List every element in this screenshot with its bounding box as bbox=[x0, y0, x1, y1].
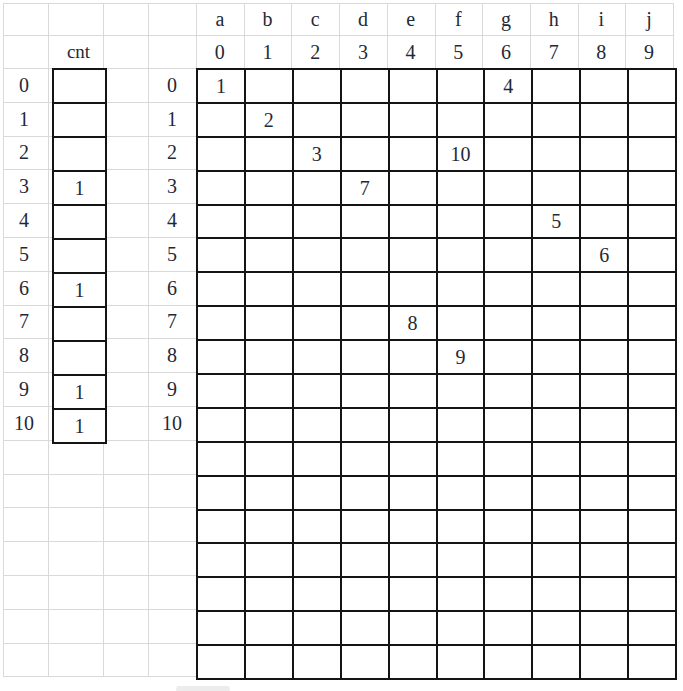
cell-i5[interactable]: 6 bbox=[581, 239, 629, 273]
cell-g-extra3[interactable] bbox=[485, 511, 533, 545]
cell-e-extra3[interactable] bbox=[390, 511, 438, 545]
cell-f6[interactable] bbox=[438, 273, 486, 307]
cell-c9[interactable] bbox=[294, 375, 342, 409]
spreadsheet-canvas: abcdefghij 0123456789 cnt 012345678910 0… bbox=[0, 0, 683, 691]
cell-d-extra3[interactable] bbox=[342, 511, 390, 545]
cell-j-extra3[interactable] bbox=[629, 511, 677, 545]
cell-a3[interactable] bbox=[198, 172, 246, 206]
cell-j9[interactable] bbox=[629, 375, 677, 409]
cell-c1[interactable] bbox=[294, 104, 342, 138]
cell-g-extra5[interactable] bbox=[485, 578, 533, 612]
col-letter-g: g bbox=[482, 2, 530, 35]
cell-e7[interactable]: 8 bbox=[390, 307, 438, 341]
cell-c5[interactable] bbox=[294, 239, 342, 273]
cell-a6[interactable] bbox=[198, 273, 246, 307]
cnt-header-label: cnt bbox=[67, 41, 90, 63]
cell-a-extra5[interactable] bbox=[198, 578, 246, 612]
cell-d-extra6[interactable] bbox=[342, 612, 390, 646]
cell-f8[interactable]: 9 bbox=[438, 341, 486, 375]
cell-e-extra6[interactable] bbox=[390, 612, 438, 646]
cell-b7[interactable] bbox=[246, 307, 294, 341]
cell-j1[interactable] bbox=[629, 104, 677, 138]
col-letter-d: d bbox=[339, 2, 387, 35]
row-label-right-5: 5 bbox=[148, 237, 196, 271]
cell-d2[interactable] bbox=[342, 138, 390, 172]
col-letter-e: e bbox=[387, 2, 435, 35]
row-label-right-6: 6 bbox=[148, 271, 196, 305]
cell-h7[interactable] bbox=[533, 307, 581, 341]
cell-i-extra7[interactable] bbox=[581, 646, 629, 680]
cell-e9[interactable] bbox=[390, 375, 438, 409]
cell-i-extra1[interactable] bbox=[581, 443, 629, 477]
cell-e8[interactable] bbox=[390, 341, 438, 375]
cell-j5[interactable] bbox=[629, 239, 677, 273]
cell-e10[interactable] bbox=[390, 409, 438, 443]
cnt-cell-0[interactable] bbox=[54, 70, 107, 104]
cnt-cell-1[interactable] bbox=[54, 104, 107, 138]
cell-g9[interactable] bbox=[485, 375, 533, 409]
col-letter-j: j bbox=[625, 2, 673, 35]
cell-h8[interactable] bbox=[533, 341, 581, 375]
cell-d-extra1[interactable] bbox=[342, 443, 390, 477]
cell-j4[interactable] bbox=[629, 206, 677, 240]
cell-h-extra2[interactable] bbox=[533, 477, 581, 511]
col-number-7: 7 bbox=[530, 35, 578, 68]
cell-i-extra6[interactable] bbox=[581, 612, 629, 646]
row-label-right-10: 10 bbox=[148, 406, 196, 440]
cell-g0[interactable]: 4 bbox=[485, 70, 533, 104]
cell-h-extra1[interactable] bbox=[533, 443, 581, 477]
cell-c-extra3[interactable] bbox=[294, 511, 342, 545]
cell-h6[interactable] bbox=[533, 273, 581, 307]
cell-e3[interactable] bbox=[390, 172, 438, 206]
cell-c-extra4[interactable] bbox=[294, 544, 342, 578]
cell-c-extra2[interactable] bbox=[294, 477, 342, 511]
cell-h5[interactable] bbox=[533, 239, 581, 273]
cell-j-extra7[interactable] bbox=[629, 646, 677, 680]
cell-f3[interactable] bbox=[438, 172, 486, 206]
cell-j-extra5[interactable] bbox=[629, 578, 677, 612]
row-label-left-4: 4 bbox=[0, 203, 48, 237]
cell-f7[interactable] bbox=[438, 307, 486, 341]
cell-d-extra5[interactable] bbox=[342, 578, 390, 612]
cell-g-extra2[interactable] bbox=[485, 477, 533, 511]
col-letter-b: b bbox=[244, 2, 292, 35]
cell-e6[interactable] bbox=[390, 273, 438, 307]
cell-d6[interactable] bbox=[342, 273, 390, 307]
cell-f2[interactable]: 10 bbox=[438, 138, 486, 172]
cell-c4[interactable] bbox=[294, 206, 342, 240]
cell-a2[interactable] bbox=[198, 138, 246, 172]
cell-f-extra5[interactable] bbox=[438, 578, 486, 612]
cell-c-extra6[interactable] bbox=[294, 612, 342, 646]
cell-f1[interactable] bbox=[438, 104, 486, 138]
col-number-5: 5 bbox=[434, 35, 482, 68]
cell-e1[interactable] bbox=[390, 104, 438, 138]
cell-d-extra4[interactable] bbox=[342, 544, 390, 578]
cell-j-extra1[interactable] bbox=[629, 443, 677, 477]
cell-e-extra7[interactable] bbox=[390, 646, 438, 680]
cnt-cell-5[interactable] bbox=[54, 240, 107, 274]
row-label-right-7: 7 bbox=[148, 305, 196, 339]
cell-i4[interactable] bbox=[581, 206, 629, 240]
cell-a-extra7[interactable] bbox=[198, 646, 246, 680]
cell-a-extra1[interactable] bbox=[198, 443, 246, 477]
cell-f-extra3[interactable] bbox=[438, 511, 486, 545]
cell-g5[interactable] bbox=[485, 239, 533, 273]
col-number-9: 9 bbox=[625, 35, 673, 68]
cell-c8[interactable] bbox=[294, 341, 342, 375]
col-letter-f: f bbox=[434, 2, 482, 35]
row-label-left-10: 10 bbox=[0, 406, 48, 440]
cell-e-extra1[interactable] bbox=[390, 443, 438, 477]
cell-g2[interactable] bbox=[485, 138, 533, 172]
cell-c3[interactable] bbox=[294, 172, 342, 206]
cell-b9[interactable] bbox=[246, 375, 294, 409]
col-number-1: 1 bbox=[244, 35, 292, 68]
cell-e-extra5[interactable] bbox=[390, 578, 438, 612]
screenshot-artifact bbox=[176, 686, 230, 691]
cell-b-extra7[interactable] bbox=[246, 646, 294, 680]
cell-b-extra5[interactable] bbox=[246, 578, 294, 612]
cell-h9[interactable] bbox=[533, 375, 581, 409]
cell-b5[interactable] bbox=[246, 239, 294, 273]
cnt-cell-4[interactable] bbox=[54, 206, 107, 240]
cell-f5[interactable] bbox=[438, 239, 486, 273]
cell-a8[interactable] bbox=[198, 341, 246, 375]
cell-h-extra6[interactable] bbox=[533, 612, 581, 646]
cell-g10[interactable] bbox=[485, 409, 533, 443]
cell-b2[interactable] bbox=[246, 138, 294, 172]
cell-d3[interactable]: 7 bbox=[342, 172, 390, 206]
cnt-cell-6[interactable]: 1 bbox=[54, 274, 107, 308]
row-label-left-5: 5 bbox=[0, 237, 48, 271]
cell-e-extra2[interactable] bbox=[390, 477, 438, 511]
cell-j-extra2[interactable] bbox=[629, 477, 677, 511]
col-letter-h: h bbox=[530, 2, 578, 35]
cell-a1[interactable] bbox=[198, 104, 246, 138]
cell-h2[interactable] bbox=[533, 138, 581, 172]
cell-f10[interactable] bbox=[438, 409, 486, 443]
cell-j-extra6[interactable] bbox=[629, 612, 677, 646]
cell-e-extra4[interactable] bbox=[390, 544, 438, 578]
cell-j3[interactable] bbox=[629, 172, 677, 206]
cell-a10[interactable] bbox=[198, 409, 246, 443]
cell-i-extra3[interactable] bbox=[581, 511, 629, 545]
col-letter-i: i bbox=[578, 2, 626, 35]
cell-i3[interactable] bbox=[581, 172, 629, 206]
cell-i7[interactable] bbox=[581, 307, 629, 341]
cell-g4[interactable] bbox=[485, 206, 533, 240]
cell-f0[interactable] bbox=[438, 70, 486, 104]
cell-f4[interactable] bbox=[438, 206, 486, 240]
cell-a-extra2[interactable] bbox=[198, 477, 246, 511]
cell-a-extra6[interactable] bbox=[198, 612, 246, 646]
cell-i-extra4[interactable] bbox=[581, 544, 629, 578]
cell-f-extra1[interactable] bbox=[438, 443, 486, 477]
cell-b1[interactable]: 2 bbox=[246, 104, 294, 138]
cell-h0[interactable] bbox=[533, 70, 581, 104]
cell-i-extra5[interactable] bbox=[581, 578, 629, 612]
cell-c6[interactable] bbox=[294, 273, 342, 307]
cell-i8[interactable] bbox=[581, 341, 629, 375]
row-label-right-2: 2 bbox=[148, 136, 196, 170]
cell-b0[interactable] bbox=[246, 70, 294, 104]
right-row-labels: 012345678910 bbox=[148, 68, 196, 440]
cell-i9[interactable] bbox=[581, 375, 629, 409]
cell-d-extra7[interactable] bbox=[342, 646, 390, 680]
cell-b-extra6[interactable] bbox=[246, 612, 294, 646]
row-label-left-9: 9 bbox=[0, 372, 48, 406]
cnt-cell-10[interactable]: 1 bbox=[54, 410, 107, 444]
cell-b8[interactable] bbox=[246, 341, 294, 375]
cell-j7[interactable] bbox=[629, 307, 677, 341]
cell-b4[interactable] bbox=[246, 206, 294, 240]
cell-g8[interactable] bbox=[485, 341, 533, 375]
cell-a9[interactable] bbox=[198, 375, 246, 409]
cell-b-extra2[interactable] bbox=[246, 477, 294, 511]
col-number-2: 2 bbox=[291, 35, 339, 68]
cell-c10[interactable] bbox=[294, 409, 342, 443]
cell-i-extra2[interactable] bbox=[581, 477, 629, 511]
row-label-right-0: 0 bbox=[148, 68, 196, 102]
row-label-left-0: 0 bbox=[0, 68, 48, 102]
cell-a7[interactable] bbox=[198, 307, 246, 341]
cnt-cell-3[interactable]: 1 bbox=[54, 172, 107, 206]
cell-j-extra4[interactable] bbox=[629, 544, 677, 578]
cell-h-extra4[interactable] bbox=[533, 544, 581, 578]
cell-h1[interactable] bbox=[533, 104, 581, 138]
cell-i1[interactable] bbox=[581, 104, 629, 138]
cell-a0[interactable]: 1 bbox=[198, 70, 246, 104]
cell-d10[interactable] bbox=[342, 409, 390, 443]
col-number-8: 8 bbox=[578, 35, 626, 68]
cell-e4[interactable] bbox=[390, 206, 438, 240]
cell-j10[interactable] bbox=[629, 409, 677, 443]
row-label-left-6: 6 bbox=[0, 271, 48, 305]
cell-j2[interactable] bbox=[629, 138, 677, 172]
cell-a-extra3[interactable] bbox=[198, 511, 246, 545]
cell-i10[interactable] bbox=[581, 409, 629, 443]
cell-d4[interactable] bbox=[342, 206, 390, 240]
cell-g6[interactable] bbox=[485, 273, 533, 307]
cell-g7[interactable] bbox=[485, 307, 533, 341]
cell-g-extra6[interactable] bbox=[485, 612, 533, 646]
row-label-left-8: 8 bbox=[0, 338, 48, 372]
cell-b-extra3[interactable] bbox=[246, 511, 294, 545]
cell-h-extra3[interactable] bbox=[533, 511, 581, 545]
col-letter-a: a bbox=[196, 2, 244, 35]
cnt-cell-9[interactable]: 1 bbox=[54, 376, 107, 410]
cell-c7[interactable] bbox=[294, 307, 342, 341]
row-label-right-8: 8 bbox=[148, 338, 196, 372]
cell-h-extra7[interactable] bbox=[533, 646, 581, 680]
column-letter-headers: abcdefghij bbox=[196, 2, 673, 35]
cnt-cell-7[interactable] bbox=[54, 308, 107, 342]
row-label-left-2: 2 bbox=[0, 136, 48, 170]
cell-a5[interactable] bbox=[198, 239, 246, 273]
cnt-cell-8[interactable] bbox=[54, 342, 107, 376]
cell-h10[interactable] bbox=[533, 409, 581, 443]
cell-i6[interactable] bbox=[581, 273, 629, 307]
cell-d0[interactable] bbox=[342, 70, 390, 104]
row-label-right-4: 4 bbox=[148, 203, 196, 237]
cell-j0[interactable] bbox=[629, 70, 677, 104]
cell-i2[interactable] bbox=[581, 138, 629, 172]
column-number-headers: 0123456789 bbox=[196, 35, 673, 68]
cell-d5[interactable] bbox=[342, 239, 390, 273]
col-number-4: 4 bbox=[387, 35, 435, 68]
col-number-0: 0 bbox=[196, 35, 244, 68]
cell-c-extra5[interactable] bbox=[294, 578, 342, 612]
cell-h4[interactable]: 5 bbox=[533, 206, 581, 240]
cell-h3[interactable] bbox=[533, 172, 581, 206]
cell-g1[interactable] bbox=[485, 104, 533, 138]
cell-e2[interactable] bbox=[390, 138, 438, 172]
cell-b-extra1[interactable] bbox=[246, 443, 294, 477]
cell-d7[interactable] bbox=[342, 307, 390, 341]
cell-f-extra6[interactable] bbox=[438, 612, 486, 646]
row-label-right-3: 3 bbox=[148, 169, 196, 203]
cell-a-extra4[interactable] bbox=[198, 544, 246, 578]
row-label-left-1: 1 bbox=[0, 102, 48, 136]
row-label-left-3: 3 bbox=[0, 169, 48, 203]
col-letter-c: c bbox=[291, 2, 339, 35]
row-label-left-7: 7 bbox=[0, 305, 48, 339]
cell-c-extra7[interactable] bbox=[294, 646, 342, 680]
cell-j6[interactable] bbox=[629, 273, 677, 307]
cell-d-extra2[interactable] bbox=[342, 477, 390, 511]
cnt-cell-2[interactable] bbox=[54, 138, 107, 172]
cell-h-extra5[interactable] bbox=[533, 578, 581, 612]
cell-d9[interactable] bbox=[342, 375, 390, 409]
cell-b6[interactable] bbox=[246, 273, 294, 307]
cell-g3[interactable] bbox=[485, 172, 533, 206]
cell-i0[interactable] bbox=[581, 70, 629, 104]
cell-e5[interactable] bbox=[390, 239, 438, 273]
cell-g-extra7[interactable] bbox=[485, 646, 533, 680]
cell-f-extra7[interactable] bbox=[438, 646, 486, 680]
cnt-column-header: cnt bbox=[52, 35, 105, 68]
cell-f-extra2[interactable] bbox=[438, 477, 486, 511]
cell-d8[interactable] bbox=[342, 341, 390, 375]
cell-b-extra4[interactable] bbox=[246, 544, 294, 578]
col-number-6: 6 bbox=[482, 35, 530, 68]
cell-f-extra4[interactable] bbox=[438, 544, 486, 578]
row-label-right-9: 9 bbox=[148, 372, 196, 406]
cell-g-extra4[interactable] bbox=[485, 544, 533, 578]
col-number-3: 3 bbox=[339, 35, 387, 68]
left-row-labels: 012345678910 bbox=[0, 68, 48, 440]
cell-c0[interactable] bbox=[294, 70, 342, 104]
cell-e0[interactable] bbox=[390, 70, 438, 104]
cell-b3[interactable] bbox=[246, 172, 294, 206]
cell-f9[interactable] bbox=[438, 375, 486, 409]
row-label-right-1: 1 bbox=[148, 102, 196, 136]
cell-a4[interactable] bbox=[198, 206, 246, 240]
cell-j8[interactable] bbox=[629, 341, 677, 375]
cell-b10[interactable] bbox=[246, 409, 294, 443]
cell-d1[interactable] bbox=[342, 104, 390, 138]
main-grid: 14231075689 bbox=[196, 68, 677, 680]
cell-c-extra1[interactable] bbox=[294, 443, 342, 477]
cnt-table: 1111 bbox=[52, 68, 107, 444]
cell-c2[interactable]: 3 bbox=[294, 138, 342, 172]
cell-g-extra1[interactable] bbox=[485, 443, 533, 477]
